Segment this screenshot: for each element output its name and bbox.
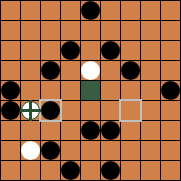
cell-3-3[interactable] [61,61,80,80]
cell-0-4[interactable] [81,1,100,20]
cell-1-6[interactable] [121,21,140,40]
cell-2-4[interactable] [81,41,100,60]
cell-3-6[interactable] [121,61,140,80]
black-stone[interactable] [101,41,120,60]
cell-0-6[interactable] [121,1,140,20]
cell-7-8[interactable] [161,141,180,160]
cell-5-8[interactable] [161,101,180,120]
black-stone[interactable] [41,101,60,120]
black-stone[interactable] [41,141,60,160]
cell-8-8[interactable] [161,161,180,180]
cell-3-7[interactable] [141,61,160,80]
cell-0-3[interactable] [61,1,80,20]
cell-5-2[interactable] [41,101,60,120]
cell-2-6[interactable] [121,41,140,60]
cell-1-8[interactable] [161,21,180,40]
cell-2-2[interactable] [41,41,60,60]
cell-1-2[interactable] [41,21,60,40]
cell-0-2[interactable] [41,1,60,20]
black-stone[interactable] [81,121,100,140]
black-stone[interactable] [101,121,120,140]
black-stone[interactable] [1,101,20,120]
cell-0-1[interactable] [21,1,40,20]
cell-5-4[interactable] [81,101,100,120]
cell-8-2[interactable] [41,161,60,180]
cell-4-2[interactable] [41,81,60,100]
cell-1-7[interactable] [141,21,160,40]
cell-5-3[interactable] [61,101,80,120]
cell-6-1[interactable] [21,121,40,140]
cell-7-6[interactable] [121,141,140,160]
black-stone[interactable] [81,1,100,20]
cell-7-0[interactable] [1,141,20,160]
cross-marker-icon [20,109,41,112]
cell-1-5[interactable] [101,21,120,40]
cell-6-6[interactable] [121,121,140,140]
black-stone[interactable] [1,81,20,100]
highlight-square-gray [119,99,142,122]
cell-4-7[interactable] [141,81,160,100]
cell-4-1[interactable] [21,81,40,100]
cell-2-3[interactable] [61,41,80,60]
cell-4-5[interactable] [101,81,120,100]
cell-6-7[interactable] [141,121,160,140]
cell-2-7[interactable] [141,41,160,60]
cell-8-5[interactable] [101,161,120,180]
black-stone[interactable] [121,61,140,80]
cell-8-3[interactable] [61,161,80,180]
cell-0-7[interactable] [141,1,160,20]
cell-7-2[interactable] [41,141,60,160]
cell-1-1[interactable] [21,21,40,40]
cell-7-5[interactable] [101,141,120,160]
cell-2-8[interactable] [161,41,180,60]
cell-4-8[interactable] [161,81,180,100]
board [0,0,181,181]
cell-1-4[interactable] [81,21,100,40]
cell-5-1[interactable] [21,101,40,120]
cell-1-0[interactable] [1,21,20,40]
cell-5-7[interactable] [141,101,160,120]
white-stone[interactable] [21,141,40,160]
cell-8-4[interactable] [81,161,100,180]
black-stone[interactable] [61,41,80,60]
cell-3-5[interactable] [101,61,120,80]
cell-0-5[interactable] [101,1,120,20]
cell-8-6[interactable] [121,161,140,180]
cell-2-5[interactable] [101,41,120,60]
cell-6-8[interactable] [161,121,180,140]
cell-4-3[interactable] [61,81,80,100]
black-stone[interactable] [41,61,60,80]
cell-4-0[interactable] [1,81,20,100]
cell-4-6[interactable] [121,81,140,100]
black-stone[interactable] [101,161,120,180]
cell-2-0[interactable] [1,41,20,60]
white-stone[interactable] [81,61,100,80]
cell-6-0[interactable] [1,121,20,140]
cell-3-1[interactable] [21,61,40,80]
cell-8-7[interactable] [141,161,160,180]
cell-6-2[interactable] [41,121,60,140]
cell-5-5[interactable] [101,101,120,120]
cell-5-6[interactable] [121,101,140,120]
cell-3-4[interactable] [81,61,100,80]
cell-3-8[interactable] [161,61,180,80]
cell-8-0[interactable] [1,161,20,180]
cell-7-4[interactable] [81,141,100,160]
black-stone[interactable] [61,161,80,180]
cell-5-0[interactable] [1,101,20,120]
cell-7-3[interactable] [61,141,80,160]
green-target-cell[interactable] [81,81,100,100]
cell-3-2[interactable] [41,61,60,80]
cell-6-5[interactable] [101,121,120,140]
black-stone[interactable] [161,81,180,100]
cell-6-4[interactable] [81,121,100,140]
cell-1-3[interactable] [61,21,80,40]
cell-6-3[interactable] [61,121,80,140]
cell-0-0[interactable] [1,1,20,20]
cell-7-1[interactable] [21,141,40,160]
cell-2-1[interactable] [21,41,40,60]
cell-0-8[interactable] [161,1,180,20]
cell-3-0[interactable] [1,61,20,80]
cell-7-7[interactable] [141,141,160,160]
cell-8-1[interactable] [21,161,40,180]
